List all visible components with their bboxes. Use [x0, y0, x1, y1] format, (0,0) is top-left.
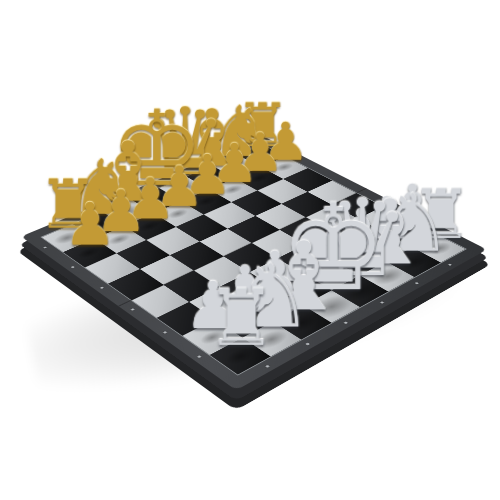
product-photo-stage: ♜♞♝♚♛♝♞♜♟♟♟♟♟♟♟♟♟♟♟♟♟♟♟♟♜♞♝♚♛♝♞♜ [0, 0, 500, 500]
scene: ♜♞♝♚♛♝♞♜♟♟♟♟♟♟♟♟♟♟♟♟♟♟♟♟♜♞♝♚♛♝♞♜ [87, 78, 417, 408]
pieces-layer: ♜♞♝♚♛♝♞♜♟♟♟♟♟♟♟♟♟♟♟♟♟♟♟♟♜♞♝♚♛♝♞♜ [40, 144, 466, 375]
rivet-icon [100, 286, 104, 289]
chess-board: ♜♞♝♚♛♝♞♜♟♟♟♟♟♟♟♟♟♟♟♟♟♟♟♟♜♞♝♚♛♝♞♜ [21, 136, 487, 390]
silver-rook-glyph: ♜ [161, 280, 322, 358]
rivet-icon [71, 266, 75, 268]
gold-pawn-glyph: ♟ [19, 195, 161, 254]
rivet-icon [265, 365, 270, 368]
